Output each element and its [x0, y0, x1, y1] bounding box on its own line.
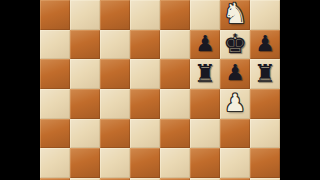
square-h7[interactable]: [250, 0, 280, 30]
square-g2[interactable]: [220, 148, 250, 178]
square-h4[interactable]: [250, 89, 280, 119]
square-a5[interactable]: [40, 59, 70, 89]
square-c5[interactable]: [100, 59, 130, 89]
square-a4[interactable]: [40, 89, 70, 119]
square-e1[interactable]: [160, 178, 190, 180]
black-rook[interactable]: ♜: [254, 61, 276, 86]
white-pawn[interactable]: ♟: [224, 91, 246, 115]
square-f6[interactable]: ♟: [190, 30, 220, 60]
square-e4[interactable]: [160, 89, 190, 119]
black-pawn[interactable]: ♟: [195, 33, 215, 55]
square-d3[interactable]: [130, 119, 160, 149]
square-d4[interactable]: [130, 89, 160, 119]
square-c1[interactable]: [100, 178, 130, 180]
square-c2[interactable]: [100, 148, 130, 178]
black-pawn[interactable]: ♟: [225, 62, 245, 84]
square-b1[interactable]: [70, 178, 100, 180]
square-c3[interactable]: [100, 119, 130, 149]
square-a2[interactable]: [40, 148, 70, 178]
square-d2[interactable]: [130, 148, 160, 178]
square-g6[interactable]: ♚: [220, 30, 250, 60]
square-g4[interactable]: ♟: [220, 89, 250, 119]
square-b2[interactable]: [70, 148, 100, 178]
square-f4[interactable]: [190, 89, 220, 119]
square-g7[interactable]: ♞: [220, 0, 250, 30]
chess-board: ♞♟♚♟♜♟♜♟: [40, 0, 280, 180]
square-a3[interactable]: [40, 119, 70, 149]
square-a1[interactable]: [40, 178, 70, 180]
letterbox-left: [0, 0, 40, 180]
square-a7[interactable]: [40, 0, 70, 30]
square-f7[interactable]: [190, 0, 220, 30]
square-e5[interactable]: [160, 59, 190, 89]
square-f3[interactable]: [190, 119, 220, 149]
square-d1[interactable]: [130, 178, 160, 180]
square-f2[interactable]: [190, 148, 220, 178]
square-b7[interactable]: [70, 0, 100, 30]
square-b6[interactable]: [70, 30, 100, 60]
square-h2[interactable]: [250, 148, 280, 178]
square-h1[interactable]: [250, 178, 280, 180]
square-d7[interactable]: [130, 0, 160, 30]
square-g3[interactable]: [220, 119, 250, 149]
square-c7[interactable]: [100, 0, 130, 30]
square-e2[interactable]: [160, 148, 190, 178]
square-e3[interactable]: [160, 119, 190, 149]
white-knight[interactable]: ♞: [222, 0, 247, 28]
square-h5[interactable]: ♜: [250, 59, 280, 89]
square-h3[interactable]: [250, 119, 280, 149]
square-d6[interactable]: [130, 30, 160, 60]
square-e6[interactable]: [160, 30, 190, 60]
square-h6[interactable]: ♟: [250, 30, 280, 60]
letterbox-right: [280, 0, 320, 180]
square-d5[interactable]: [130, 59, 160, 89]
square-a6[interactable]: [40, 30, 70, 60]
square-f5[interactable]: ♜: [190, 59, 220, 89]
video-frame: ♞♟♚♟♜♟♜♟: [0, 0, 320, 180]
square-b3[interactable]: [70, 119, 100, 149]
square-b5[interactable]: [70, 59, 100, 89]
square-f1[interactable]: [190, 178, 220, 180]
square-e7[interactable]: [160, 0, 190, 30]
black-pawn[interactable]: ♟: [255, 33, 275, 55]
square-g5[interactable]: ♟: [220, 59, 250, 89]
black-rook[interactable]: ♜: [194, 61, 216, 86]
square-c4[interactable]: [100, 89, 130, 119]
square-c6[interactable]: [100, 30, 130, 60]
black-king[interactable]: ♚: [223, 30, 247, 57]
square-g1[interactable]: [220, 178, 250, 180]
square-b4[interactable]: [70, 89, 100, 119]
